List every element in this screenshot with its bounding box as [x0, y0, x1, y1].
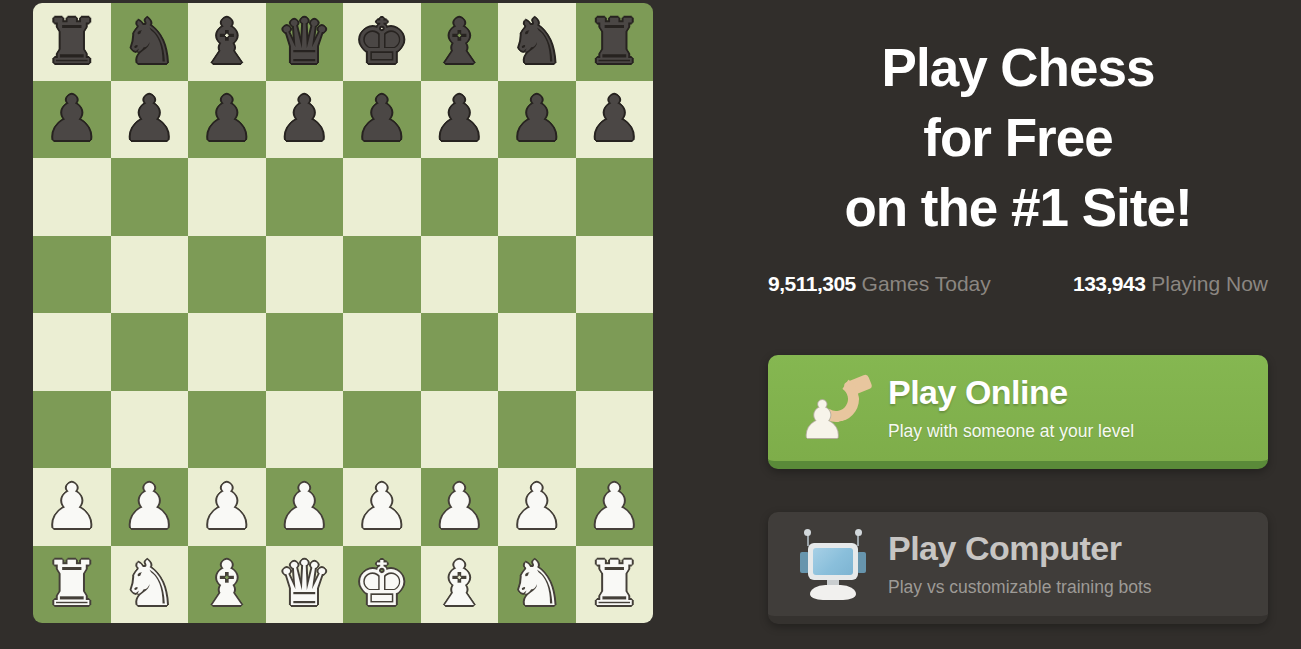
robot-antenna-dot-left: [804, 529, 811, 536]
playing-now-stat: 133,943 Playing Now: [1073, 272, 1268, 296]
square-b1[interactable]: ♞: [111, 546, 189, 624]
square-f3[interactable]: [421, 391, 499, 469]
square-a6[interactable]: [33, 158, 111, 236]
white-pawn-d2[interactable]: ♟: [276, 476, 332, 538]
square-h6[interactable]: [576, 158, 654, 236]
white-pawn-e2[interactable]: ♟: [354, 476, 410, 538]
black-bishop-f8[interactable]: ♝: [431, 11, 487, 73]
square-b2[interactable]: ♟: [111, 468, 189, 546]
play-online-button[interactable]: ♟ Play Online Play with someone at your …: [768, 355, 1268, 469]
square-h3[interactable]: [576, 391, 654, 469]
black-bishop-c8[interactable]: ♝: [199, 11, 255, 73]
square-c3[interactable]: [188, 391, 266, 469]
chess-board[interactable]: ♜♞♝♛♚♝♞♜♟♟♟♟♟♟♟♟♟♟♟♟♟♟♟♟♜♞♝♛♚♝♞♜: [33, 3, 653, 623]
black-pawn-d7[interactable]: ♟: [276, 88, 332, 150]
square-a7[interactable]: ♟: [33, 81, 111, 159]
pawn-glyph: ♟: [799, 394, 846, 446]
square-g5[interactable]: [498, 236, 576, 314]
square-h7[interactable]: ♟: [576, 81, 654, 159]
white-pawn-f2[interactable]: ♟: [431, 476, 487, 538]
square-g6[interactable]: [498, 158, 576, 236]
square-c4[interactable]: [188, 313, 266, 391]
square-f6[interactable]: [421, 158, 499, 236]
black-pawn-a7[interactable]: ♟: [44, 88, 100, 150]
square-f8[interactable]: ♝: [421, 3, 499, 81]
square-b4[interactable]: [111, 313, 189, 391]
white-pawn-c2[interactable]: ♟: [199, 476, 255, 538]
square-d3[interactable]: [266, 391, 344, 469]
square-e2[interactable]: ♟: [343, 468, 421, 546]
site-stats: 9,511,305 Games Today 133,943 Playing No…: [768, 272, 1268, 296]
black-rook-a8[interactable]: ♜: [44, 11, 100, 73]
square-d1[interactable]: ♛: [266, 546, 344, 624]
white-pawn-g2[interactable]: ♟: [509, 476, 565, 538]
white-rook-a1[interactable]: ♜: [44, 553, 100, 615]
white-queen-d1[interactable]: ♛: [276, 553, 332, 615]
white-pawn-h2[interactable]: ♟: [586, 476, 642, 538]
square-d4[interactable]: [266, 313, 344, 391]
robot-antenna-dot-right: [855, 529, 862, 536]
black-pawn-h7[interactable]: ♟: [586, 88, 642, 150]
square-d6[interactable]: [266, 158, 344, 236]
square-e5[interactable]: [343, 236, 421, 314]
square-e6[interactable]: [343, 158, 421, 236]
square-e3[interactable]: [343, 391, 421, 469]
square-e1[interactable]: ♚: [343, 546, 421, 624]
square-b8[interactable]: ♞: [111, 3, 189, 81]
square-d8[interactable]: ♛: [266, 3, 344, 81]
black-knight-b8[interactable]: ♞: [121, 11, 177, 73]
white-knight-g1[interactable]: ♞: [509, 553, 565, 615]
square-a5[interactable]: [33, 236, 111, 314]
square-f7[interactable]: ♟: [421, 81, 499, 159]
robot-base: [810, 585, 856, 600]
playing-now-value: 133,943: [1073, 272, 1145, 295]
square-h5[interactable]: [576, 236, 654, 314]
square-h8[interactable]: ♜: [576, 3, 654, 81]
black-pawn-b7[interactable]: ♟: [121, 88, 177, 150]
square-g3[interactable]: [498, 391, 576, 469]
square-g1[interactable]: ♞: [498, 546, 576, 624]
square-b6[interactable]: [111, 158, 189, 236]
play-online-title: Play Online: [888, 374, 1134, 411]
play-computer-text: Play Computer Play vs customizable train…: [888, 530, 1152, 597]
black-pawn-e7[interactable]: ♟: [354, 88, 410, 150]
play-online-subtitle: Play with someone at your level: [888, 421, 1134, 442]
square-g7[interactable]: ♟: [498, 81, 576, 159]
square-c5[interactable]: [188, 236, 266, 314]
white-bishop-f1[interactable]: ♝: [431, 553, 487, 615]
robot-icon: [799, 530, 867, 598]
square-b3[interactable]: [111, 391, 189, 469]
square-h2[interactable]: ♟: [576, 468, 654, 546]
play-computer-button[interactable]: Play Computer Play vs customizable train…: [768, 512, 1268, 624]
square-h4[interactable]: [576, 313, 654, 391]
games-today-label: Games Today: [862, 272, 991, 295]
square-g8[interactable]: ♞: [498, 3, 576, 81]
square-a3[interactable]: [33, 391, 111, 469]
square-b5[interactable]: [111, 236, 189, 314]
square-e8[interactable]: ♚: [343, 3, 421, 81]
hand-holding-pawn-icon: ♟: [799, 374, 867, 442]
games-today-value: 9,511,305: [768, 272, 856, 295]
square-d2[interactable]: ♟: [266, 468, 344, 546]
playing-now-label: Playing Now: [1151, 272, 1268, 295]
square-g4[interactable]: [498, 313, 576, 391]
square-f1[interactable]: ♝: [421, 546, 499, 624]
square-a2[interactable]: ♟: [33, 468, 111, 546]
play-computer-title: Play Computer: [888, 530, 1152, 567]
square-h1[interactable]: ♜: [576, 546, 654, 624]
square-f5[interactable]: [421, 236, 499, 314]
square-g2[interactable]: ♟: [498, 468, 576, 546]
robot-screen: [813, 548, 853, 575]
white-pawn-a2[interactable]: ♟: [44, 476, 100, 538]
page-title-line-1: Play Chess: [708, 33, 1301, 103]
black-pawn-f7[interactable]: ♟: [431, 88, 487, 150]
black-knight-g8[interactable]: ♞: [509, 11, 565, 73]
square-d7[interactable]: ♟: [266, 81, 344, 159]
square-c2[interactable]: ♟: [188, 468, 266, 546]
black-pawn-g7[interactable]: ♟: [509, 88, 565, 150]
square-a8[interactable]: ♜: [33, 3, 111, 81]
black-king-e8[interactable]: ♚: [354, 11, 410, 73]
page-title-line-3: on the #1 Site!: [708, 173, 1301, 243]
square-c7[interactable]: ♟: [188, 81, 266, 159]
white-bishop-c1[interactable]: ♝: [199, 553, 255, 615]
page-title: Play Chess for Free on the #1 Site!: [708, 33, 1301, 243]
square-e4[interactable]: [343, 313, 421, 391]
square-f2[interactable]: ♟: [421, 468, 499, 546]
square-c1[interactable]: ♝: [188, 546, 266, 624]
white-rook-h1[interactable]: ♜: [586, 553, 642, 615]
square-b7[interactable]: ♟: [111, 81, 189, 159]
white-king-e1[interactable]: ♚: [354, 553, 410, 615]
square-c8[interactable]: ♝: [188, 3, 266, 81]
square-e7[interactable]: ♟: [343, 81, 421, 159]
square-a4[interactable]: [33, 313, 111, 391]
black-queen-d8[interactable]: ♛: [276, 11, 332, 73]
square-d5[interactable]: [266, 236, 344, 314]
white-knight-b1[interactable]: ♞: [121, 553, 177, 615]
play-online-text: Play Online Play with someone at your le…: [888, 374, 1134, 441]
robot-monitor: [808, 543, 858, 580]
white-pawn-b2[interactable]: ♟: [121, 476, 177, 538]
black-pawn-c7[interactable]: ♟: [199, 88, 255, 150]
square-f4[interactable]: [421, 313, 499, 391]
games-today-stat: 9,511,305 Games Today: [768, 272, 991, 296]
robot-ear-right: [857, 552, 866, 573]
page-title-line-2: for Free: [708, 103, 1301, 173]
play-computer-subtitle: Play vs customizable training bots: [888, 577, 1152, 598]
square-c6[interactable]: [188, 158, 266, 236]
black-rook-h8[interactable]: ♜: [586, 11, 642, 73]
square-a1[interactable]: ♜: [33, 546, 111, 624]
hero-panel: Play Chess for Free on the #1 Site! 9,51…: [768, 0, 1268, 649]
